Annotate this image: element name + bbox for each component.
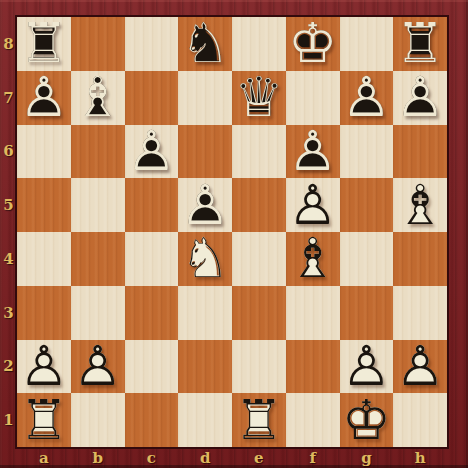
piece-white-knight[interactable]: ♞♘ <box>178 232 232 286</box>
rank-label-3: 3 <box>0 286 17 340</box>
square-c1[interactable] <box>125 393 179 447</box>
piece-fill-glyph: ♝ <box>71 71 125 125</box>
square-g1[interactable]: ♚♔ <box>340 393 394 447</box>
square-a8[interactable]: ♜♖ <box>17 17 71 71</box>
square-e2[interactable] <box>232 340 286 394</box>
square-g6[interactable] <box>340 125 394 179</box>
square-c5[interactable] <box>125 178 179 232</box>
file-label-e: e <box>232 447 286 468</box>
square-e1[interactable]: ♜♖ <box>232 393 286 447</box>
piece-outline-glyph: ♙ <box>17 340 71 394</box>
piece-black-bishop[interactable]: ♝♗ <box>71 71 125 125</box>
piece-white-king[interactable]: ♚♔ <box>340 393 394 447</box>
square-h4[interactable] <box>393 232 447 286</box>
square-d1[interactable] <box>178 393 232 447</box>
piece-outline-glyph: ♙ <box>340 340 394 394</box>
file-label-b: b <box>71 447 125 468</box>
square-a3[interactable] <box>17 286 71 340</box>
piece-black-knight[interactable]: ♞♘ <box>178 17 232 71</box>
piece-white-bishop[interactable]: ♝♗ <box>286 232 340 286</box>
file-label-f: f <box>286 447 340 468</box>
piece-fill-glyph: ♟ <box>71 340 125 394</box>
piece-fill-glyph: ♟ <box>393 340 447 394</box>
chess-board-frame: 87654321 ♜♖♞♘♚♔♜♖♟♙♝♗♛♕♟♙♟♙♟♙♟♙♟♙♟♙♝♗♞♘♝… <box>0 0 468 468</box>
square-a5[interactable] <box>17 178 71 232</box>
square-e6[interactable] <box>232 125 286 179</box>
piece-fill-glyph: ♜ <box>17 17 71 71</box>
piece-outline-glyph: ♗ <box>286 232 340 286</box>
piece-outline-glyph: ♙ <box>71 340 125 394</box>
rank-label-8: 8 <box>0 17 17 71</box>
piece-black-king[interactable]: ♚♔ <box>286 17 340 71</box>
piece-outline-glyph: ♔ <box>340 393 394 447</box>
square-b6[interactable] <box>71 125 125 179</box>
square-d7[interactable] <box>178 71 232 125</box>
square-f4[interactable]: ♝♗ <box>286 232 340 286</box>
piece-fill-glyph: ♟ <box>125 125 179 179</box>
square-f5[interactable]: ♟♙ <box>286 178 340 232</box>
piece-outline-glyph: ♙ <box>286 125 340 179</box>
piece-white-pawn[interactable]: ♟♙ <box>17 340 71 394</box>
piece-fill-glyph: ♜ <box>232 393 286 447</box>
piece-fill-glyph: ♟ <box>286 178 340 232</box>
file-label-a: a <box>17 447 71 468</box>
square-h1[interactable] <box>393 393 447 447</box>
square-e8[interactable] <box>232 17 286 71</box>
square-g3[interactable] <box>340 286 394 340</box>
square-g5[interactable] <box>340 178 394 232</box>
square-h2[interactable]: ♟♙ <box>393 340 447 394</box>
square-e7[interactable]: ♛♕ <box>232 71 286 125</box>
square-d4[interactable]: ♞♘ <box>178 232 232 286</box>
file-label-d: d <box>178 447 232 468</box>
piece-white-pawn[interactable]: ♟♙ <box>71 340 125 394</box>
square-a2[interactable]: ♟♙ <box>17 340 71 394</box>
piece-outline-glyph: ♙ <box>393 340 447 394</box>
square-a6[interactable] <box>17 125 71 179</box>
rank-label-5: 5 <box>0 178 17 232</box>
square-c7[interactable] <box>125 71 179 125</box>
piece-outline-glyph: ♔ <box>286 17 340 71</box>
square-c3[interactable] <box>125 286 179 340</box>
piece-outline-glyph: ♙ <box>393 71 447 125</box>
rank-label-4: 4 <box>0 232 17 286</box>
square-g4[interactable] <box>340 232 394 286</box>
square-c6[interactable]: ♟♙ <box>125 125 179 179</box>
piece-outline-glyph: ♕ <box>232 71 286 125</box>
square-b7[interactable]: ♝♗ <box>71 71 125 125</box>
rank-label-2: 2 <box>0 340 17 394</box>
square-d3[interactable] <box>178 286 232 340</box>
piece-black-pawn[interactable]: ♟♙ <box>286 125 340 179</box>
square-b4[interactable] <box>71 232 125 286</box>
square-h5[interactable]: ♝♗ <box>393 178 447 232</box>
piece-fill-glyph: ♜ <box>393 17 447 71</box>
square-f6[interactable]: ♟♙ <box>286 125 340 179</box>
square-c8[interactable] <box>125 17 179 71</box>
piece-fill-glyph: ♚ <box>340 393 394 447</box>
piece-outline-glyph: ♙ <box>178 178 232 232</box>
piece-fill-glyph: ♝ <box>286 232 340 286</box>
file-labels: abcdefgh <box>17 447 447 468</box>
square-g7[interactable]: ♟♙ <box>340 71 394 125</box>
square-b3[interactable] <box>71 286 125 340</box>
piece-outline-glyph: ♙ <box>340 71 394 125</box>
square-a4[interactable] <box>17 232 71 286</box>
piece-white-pawn[interactable]: ♟♙ <box>393 340 447 394</box>
square-d8[interactable]: ♞♘ <box>178 17 232 71</box>
square-f2[interactable] <box>286 340 340 394</box>
piece-outline-glyph: ♖ <box>17 393 71 447</box>
piece-fill-glyph: ♞ <box>178 232 232 286</box>
rank-labels: 87654321 <box>0 17 17 447</box>
piece-outline-glyph: ♙ <box>17 71 71 125</box>
square-h7[interactable]: ♟♙ <box>393 71 447 125</box>
square-a1[interactable]: ♜♖ <box>17 393 71 447</box>
piece-outline-glyph: ♖ <box>17 17 71 71</box>
piece-fill-glyph: ♟ <box>340 71 394 125</box>
piece-fill-glyph: ♟ <box>393 71 447 125</box>
piece-outline-glyph: ♗ <box>393 178 447 232</box>
rank-label-1: 1 <box>0 393 17 447</box>
piece-outline-glyph: ♖ <box>232 393 286 447</box>
piece-fill-glyph: ♚ <box>286 17 340 71</box>
piece-black-rook[interactable]: ♜♖ <box>17 17 71 71</box>
square-b5[interactable] <box>71 178 125 232</box>
square-d2[interactable] <box>178 340 232 394</box>
piece-fill-glyph: ♛ <box>232 71 286 125</box>
piece-fill-glyph: ♟ <box>17 71 71 125</box>
square-h8[interactable]: ♜♖ <box>393 17 447 71</box>
piece-black-queen[interactable]: ♛♕ <box>232 71 286 125</box>
square-f8[interactable]: ♚♔ <box>286 17 340 71</box>
square-c2[interactable] <box>125 340 179 394</box>
piece-black-pawn[interactable]: ♟♙ <box>125 125 179 179</box>
square-f3[interactable] <box>286 286 340 340</box>
square-g8[interactable] <box>340 17 394 71</box>
file-label-h: h <box>393 447 447 468</box>
square-d6[interactable] <box>178 125 232 179</box>
board: ♜♖♞♘♚♔♜♖♟♙♝♗♛♕♟♙♟♙♟♙♟♙♟♙♟♙♝♗♞♘♝♗♟♙♟♙♟♙♟♙… <box>17 17 447 447</box>
square-e4[interactable] <box>232 232 286 286</box>
square-h3[interactable] <box>393 286 447 340</box>
piece-black-pawn[interactable]: ♟♙ <box>340 71 394 125</box>
piece-outline-glyph: ♗ <box>71 71 125 125</box>
square-h6[interactable] <box>393 125 447 179</box>
piece-fill-glyph: ♟ <box>286 125 340 179</box>
piece-black-pawn[interactable]: ♟♙ <box>17 71 71 125</box>
piece-outline-glyph: ♘ <box>178 232 232 286</box>
square-f7[interactable] <box>286 71 340 125</box>
square-e5[interactable] <box>232 178 286 232</box>
square-b8[interactable] <box>71 17 125 71</box>
piece-outline-glyph: ♙ <box>125 125 179 179</box>
piece-fill-glyph: ♞ <box>178 17 232 71</box>
piece-outline-glyph: ♖ <box>393 17 447 71</box>
piece-white-bishop[interactable]: ♝♗ <box>393 178 447 232</box>
square-b2[interactable]: ♟♙ <box>71 340 125 394</box>
square-c4[interactable] <box>125 232 179 286</box>
piece-black-pawn[interactable]: ♟♙ <box>178 178 232 232</box>
piece-fill-glyph: ♟ <box>17 340 71 394</box>
piece-white-rook[interactable]: ♜♖ <box>17 393 71 447</box>
file-label-c: c <box>125 447 179 468</box>
square-e3[interactable] <box>232 286 286 340</box>
rank-label-7: 7 <box>0 71 17 125</box>
piece-fill-glyph: ♟ <box>178 178 232 232</box>
piece-white-pawn[interactable]: ♟♙ <box>340 340 394 394</box>
square-f1[interactable] <box>286 393 340 447</box>
piece-outline-glyph: ♙ <box>286 178 340 232</box>
piece-black-rook[interactable]: ♜♖ <box>393 17 447 71</box>
piece-white-pawn[interactable]: ♟♙ <box>286 178 340 232</box>
square-b1[interactable] <box>71 393 125 447</box>
piece-white-rook[interactable]: ♜♖ <box>232 393 286 447</box>
piece-outline-glyph: ♘ <box>178 17 232 71</box>
piece-black-pawn[interactable]: ♟♙ <box>393 71 447 125</box>
piece-fill-glyph: ♜ <box>17 393 71 447</box>
square-d5[interactable]: ♟♙ <box>178 178 232 232</box>
square-g2[interactable]: ♟♙ <box>340 340 394 394</box>
rank-label-6: 6 <box>0 125 17 179</box>
square-a7[interactable]: ♟♙ <box>17 71 71 125</box>
piece-fill-glyph: ♝ <box>393 178 447 232</box>
file-label-g: g <box>340 447 394 468</box>
piece-fill-glyph: ♟ <box>340 340 394 394</box>
